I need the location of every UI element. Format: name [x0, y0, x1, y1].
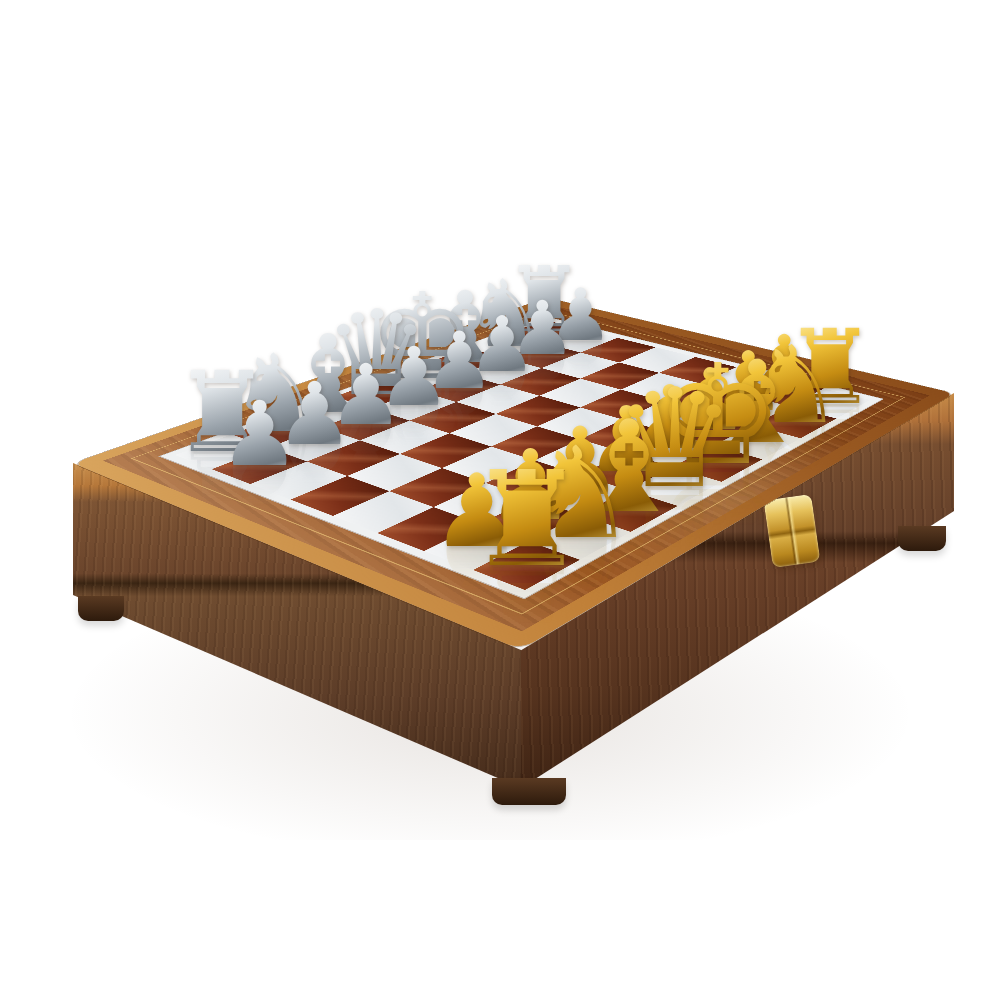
chess-set-photo: ♜♜♞♞♝♝♛♛♚♚♝♝♞♞♜♜♟♟♟♟♟♟♟♟♟♟♟♟♟♟♟♟♟♟♟♟♟♟♟♟…: [0, 0, 1000, 1000]
piece-reflection: ♜: [468, 544, 586, 676]
piece-black-silver-pawn-a7[interactable]: ♟♟: [220, 390, 300, 480]
piece-white-gold-rook-a1[interactable]: ♜♜: [468, 454, 586, 586]
piece-reflection: ♟: [220, 451, 300, 541]
box-foot-right: [898, 526, 946, 551]
box-foot-left: [78, 596, 124, 621]
box-foot-near: [492, 778, 566, 805]
